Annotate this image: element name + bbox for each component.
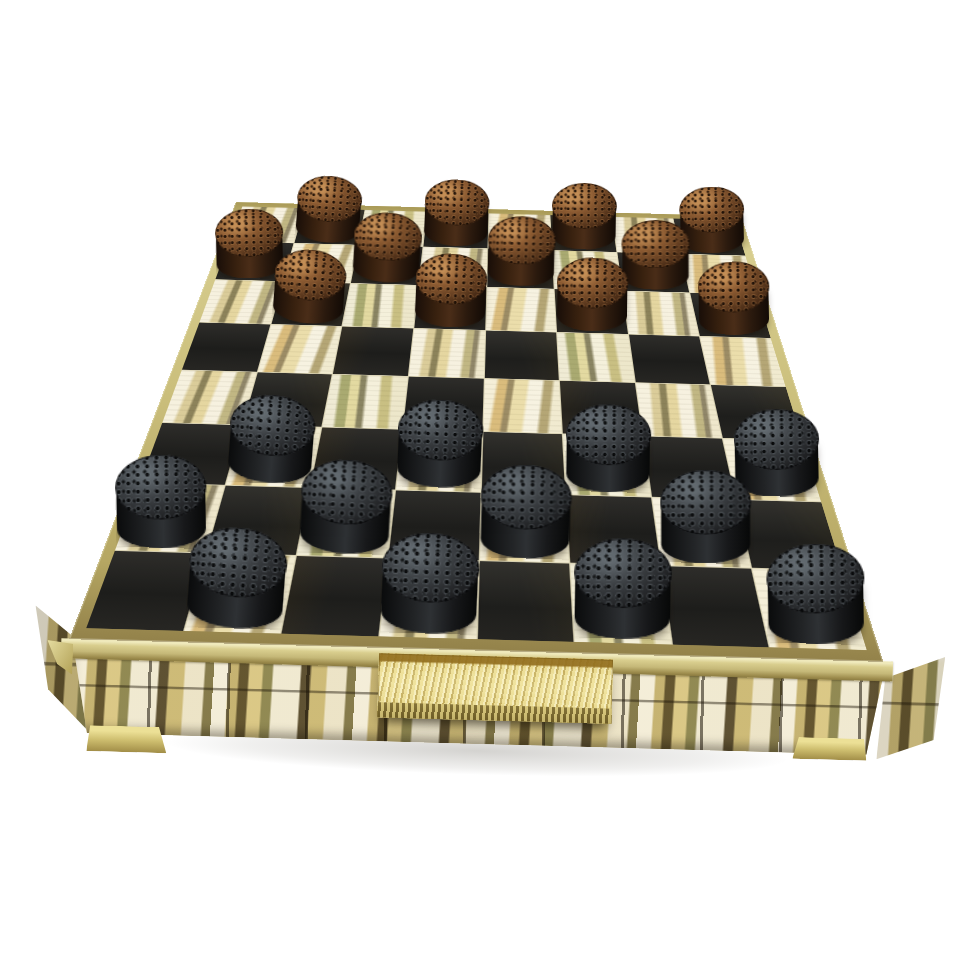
square-f5[interactable] <box>557 332 634 381</box>
checker-side <box>216 232 283 279</box>
checker-top-face <box>621 220 689 269</box>
checker-top-face <box>479 463 572 530</box>
square-a6[interactable] <box>200 280 283 324</box>
checker-bronze-b8[interactable] <box>294 173 364 244</box>
square-c4[interactable] <box>323 374 408 429</box>
checker-top-face <box>381 531 482 605</box>
checker-top-face <box>299 457 394 527</box>
square-h8[interactable] <box>674 219 746 256</box>
checker-side <box>661 502 750 564</box>
square-g7[interactable] <box>617 252 689 292</box>
checker-top-face <box>733 408 820 470</box>
checker-bronze-f6[interactable] <box>556 257 629 331</box>
square-f2[interactable] <box>567 495 661 566</box>
square-d2[interactable] <box>388 490 480 560</box>
brass-foot-right <box>792 737 867 761</box>
square-h7[interactable] <box>682 254 758 294</box>
checker-side <box>424 201 489 247</box>
square-f3[interactable] <box>563 434 651 496</box>
checker-top-face <box>187 524 290 601</box>
checker-side <box>480 496 571 560</box>
checker-black-g2[interactable] <box>659 469 751 563</box>
checker-black-b3[interactable] <box>226 392 318 486</box>
square-c8[interactable] <box>359 210 427 246</box>
checker-side <box>552 205 616 249</box>
checker-top-face <box>697 261 770 313</box>
square-b5[interactable] <box>258 324 342 373</box>
square-h6[interactable] <box>691 293 771 338</box>
checker-side <box>557 282 627 331</box>
square-f1[interactable] <box>570 564 671 645</box>
square-d7[interactable] <box>419 247 487 287</box>
checker-side <box>487 240 555 288</box>
checker-black-h1[interactable] <box>766 543 866 645</box>
checker-side <box>397 428 483 489</box>
square-c7[interactable] <box>351 245 422 285</box>
checker-top-face <box>552 182 617 229</box>
square-e2[interactable] <box>479 493 569 563</box>
square-a1[interactable] <box>86 551 204 631</box>
checker-side <box>622 244 688 290</box>
checkers-board <box>69 202 884 662</box>
square-a2[interactable] <box>115 483 224 553</box>
square-g3[interactable] <box>643 437 736 499</box>
square-c6[interactable] <box>343 284 418 328</box>
checker-side <box>735 439 819 498</box>
checker-black-e2[interactable] <box>479 463 573 559</box>
checker-black-a2[interactable] <box>114 453 207 548</box>
brass-foot-left <box>86 725 167 753</box>
checker-top-face <box>566 404 652 466</box>
square-g2[interactable] <box>652 497 752 568</box>
square-d6[interactable] <box>414 286 486 330</box>
checker-top-face <box>214 208 283 258</box>
square-g6[interactable] <box>623 291 700 336</box>
checker-top-face <box>114 453 206 520</box>
square-a8[interactable] <box>230 206 304 242</box>
checker-top-face <box>296 173 364 224</box>
checker-top-face <box>352 211 423 263</box>
checker-bronze-c7[interactable] <box>351 211 423 285</box>
gold-drawer-plaque <box>377 653 613 724</box>
checker-bronze-a7[interactable] <box>214 208 283 279</box>
square-d8[interactable] <box>423 212 488 248</box>
checker-bronze-d8[interactable] <box>423 178 491 247</box>
checker-black-f3[interactable] <box>565 404 651 493</box>
square-b6[interactable] <box>271 282 350 326</box>
checker-top-face <box>679 186 745 233</box>
checker-top-face <box>766 543 865 614</box>
square-e7[interactable] <box>487 249 554 289</box>
square-c3[interactable] <box>311 428 402 490</box>
checker-bronze-h8[interactable] <box>679 186 745 254</box>
square-d5[interactable] <box>409 328 485 377</box>
square-c1[interactable] <box>282 556 387 636</box>
square-e1[interactable] <box>477 561 573 642</box>
square-a3[interactable] <box>140 423 241 484</box>
checker-black-h3[interactable] <box>733 408 820 497</box>
square-a5[interactable] <box>182 322 270 371</box>
square-b8[interactable] <box>294 208 365 244</box>
square-f7[interactable] <box>553 250 622 290</box>
square-f6[interactable] <box>555 289 628 333</box>
square-c2[interactable] <box>297 488 395 558</box>
square-d1[interactable] <box>379 559 478 639</box>
square-a7[interactable] <box>215 241 293 281</box>
checker-side <box>380 566 478 636</box>
square-c5[interactable] <box>333 326 413 375</box>
square-g1[interactable] <box>662 567 770 648</box>
square-h5[interactable] <box>700 336 785 386</box>
checker-bronze-g7[interactable] <box>621 220 689 290</box>
square-f4[interactable] <box>560 381 642 436</box>
square-e4[interactable] <box>483 378 562 433</box>
checker-side <box>699 286 770 335</box>
checker-top-face <box>487 215 556 265</box>
square-g8[interactable] <box>612 217 681 254</box>
checker-side <box>768 578 865 646</box>
checker-top-face <box>556 257 628 309</box>
square-a4[interactable] <box>162 370 256 425</box>
square-h3[interactable] <box>723 439 821 501</box>
square-f8[interactable] <box>550 215 616 252</box>
checker-bronze-b6[interactable] <box>271 247 348 326</box>
checker-side <box>295 196 361 244</box>
square-b7[interactable] <box>283 243 358 283</box>
checker-top-face <box>228 392 318 459</box>
square-h4[interactable] <box>711 385 802 441</box>
checker-bronze-h6[interactable] <box>697 261 770 336</box>
checker-side <box>566 434 650 492</box>
square-b2[interactable] <box>206 485 309 555</box>
checker-top-face <box>424 178 491 227</box>
square-h2[interactable] <box>737 500 842 571</box>
checker-side <box>272 272 345 325</box>
checker-black-d1[interactable] <box>379 531 481 636</box>
square-b3[interactable] <box>226 425 322 487</box>
board-scene <box>0 0 963 976</box>
square-d4[interactable] <box>403 376 484 431</box>
checker-side <box>116 486 206 549</box>
board-grid <box>86 206 867 650</box>
square-b4[interactable] <box>243 372 333 427</box>
checker-bronze-d6[interactable] <box>414 252 489 329</box>
checker-side <box>575 573 671 640</box>
checkers-set-photo <box>0 0 963 976</box>
checker-side <box>299 489 391 555</box>
checker-black-f1[interactable] <box>574 538 673 640</box>
checker-bronze-f8[interactable] <box>552 182 618 249</box>
checker-side <box>227 422 314 485</box>
checker-top-face <box>415 252 489 306</box>
checker-top-face <box>273 247 348 303</box>
checker-black-c2[interactable] <box>297 457 394 556</box>
checker-top-face <box>574 538 673 609</box>
square-e3[interactable] <box>481 432 565 494</box>
square-e6[interactable] <box>486 287 557 331</box>
checker-side <box>186 559 286 632</box>
square-d3[interactable] <box>396 430 482 492</box>
square-e5[interactable] <box>484 330 559 379</box>
checker-top-face <box>397 398 485 462</box>
checker-side <box>415 277 487 328</box>
checker-black-d3[interactable] <box>396 398 485 489</box>
square-h1[interactable] <box>753 569 867 650</box>
checker-side <box>352 235 421 285</box>
checker-top-face <box>659 469 750 534</box>
checker-black-b1[interactable] <box>185 524 290 632</box>
square-b1[interactable] <box>184 554 296 634</box>
checker-side <box>680 209 744 254</box>
square-g4[interactable] <box>636 383 723 438</box>
checker-bronze-e7[interactable] <box>486 215 556 287</box>
square-g5[interactable] <box>629 334 710 384</box>
square-e8[interactable] <box>488 213 552 250</box>
